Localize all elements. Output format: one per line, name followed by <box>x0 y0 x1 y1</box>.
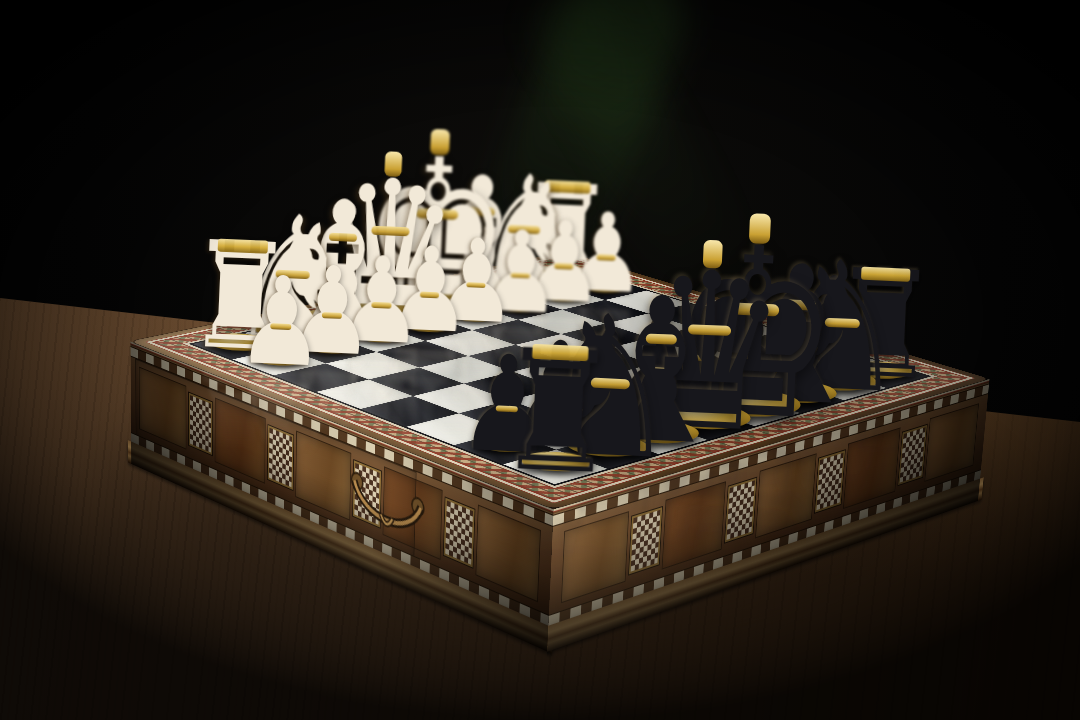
square[interactable] <box>513 360 606 388</box>
square[interactable] <box>507 418 607 450</box>
mosaic-check-inlay <box>815 450 845 512</box>
wood-panel <box>561 511 629 603</box>
square[interactable] <box>606 364 699 392</box>
scene: ♜♜♞♞♝♝♛♛♚♚♝♝♞♞♜♜♟♟♟♟♟♟♟♟♟♟♟♟♟♟♟♟♟♟♟♟♟♟♟♟… <box>0 0 1080 720</box>
wood-panel <box>755 453 816 538</box>
square[interactable] <box>326 352 419 380</box>
mosaic-check-inlay <box>629 507 662 574</box>
square[interactable] <box>232 348 325 375</box>
square[interactable] <box>454 431 556 464</box>
square[interactable] <box>360 396 458 427</box>
square[interactable] <box>459 400 557 431</box>
square[interactable] <box>656 409 754 440</box>
square[interactable] <box>503 450 607 485</box>
square[interactable] <box>607 422 707 454</box>
square[interactable] <box>559 376 654 405</box>
wood-panel <box>662 481 726 569</box>
photo-stage: ♜♜♞♞♝♝♛♛♚♚♝♝♞♞♜♜♟♟♟♟♟♟♟♟♟♟♟♟♟♟♟♟♟♟♟♟♟♟♟♟… <box>0 0 1080 720</box>
square[interactable] <box>316 379 413 409</box>
square[interactable] <box>413 384 510 414</box>
square[interactable] <box>369 368 464 397</box>
chess-box <box>130 252 989 510</box>
square[interactable] <box>510 388 607 418</box>
square[interactable] <box>274 363 369 391</box>
mosaic-check-inlay <box>444 498 475 568</box>
mosaic-check-inlay <box>898 425 927 485</box>
square[interactable] <box>464 372 559 401</box>
mosaic-check-inlay <box>725 478 757 543</box>
square[interactable] <box>556 436 658 469</box>
square[interactable] <box>406 413 506 445</box>
square[interactable] <box>700 368 793 396</box>
square[interactable] <box>793 372 886 400</box>
square[interactable] <box>607 392 704 422</box>
perspective-viewport <box>0 0 1080 720</box>
wood-panel <box>924 403 979 482</box>
square[interactable] <box>749 384 844 413</box>
square[interactable] <box>703 396 800 426</box>
square[interactable] <box>419 356 512 384</box>
square[interactable] <box>557 405 655 436</box>
wood-panel <box>843 427 901 509</box>
square[interactable] <box>654 380 749 409</box>
